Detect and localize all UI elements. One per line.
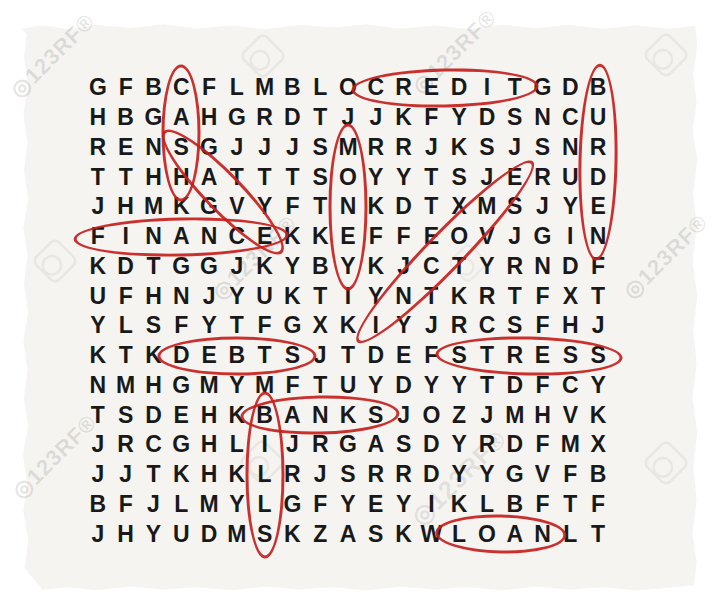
grid-cell: F	[584, 490, 612, 520]
grid-cell: J	[501, 133, 529, 163]
grid-cell: S	[501, 192, 529, 222]
grid-cell: K	[362, 192, 390, 222]
grid-cell: S	[140, 311, 168, 341]
grid-cell: E	[417, 73, 445, 103]
grid-cell: E	[417, 222, 445, 252]
grid-cell: G	[529, 222, 557, 252]
grid-cell: M	[334, 133, 362, 163]
grid-cell: Z	[306, 519, 334, 549]
grid-cell: L	[306, 73, 334, 103]
grid-cell: G	[140, 103, 168, 133]
grid-cell: H	[195, 460, 223, 490]
grid-cell: T	[584, 519, 612, 549]
grid-cell: S	[167, 133, 195, 163]
grid-cell: M	[195, 371, 223, 401]
grid-cell: O	[334, 73, 362, 103]
grid-cell: J	[334, 103, 362, 133]
grid-cell: H	[140, 371, 168, 401]
grid-cell: T	[223, 162, 251, 192]
grid-cell: B	[112, 103, 140, 133]
grid-cell: E	[584, 192, 612, 222]
grid-cell: A	[362, 430, 390, 460]
grid-cell: G	[334, 430, 362, 460]
grid-cell: Y	[445, 430, 473, 460]
grid-cell: Y	[445, 103, 473, 133]
grid-cell: L	[473, 490, 501, 520]
grid-cell: T	[84, 162, 112, 192]
grid-cell: F	[529, 430, 557, 460]
grid-cell: D	[501, 430, 529, 460]
grid-cell: K	[584, 400, 612, 430]
grid-cell: K	[223, 460, 251, 490]
grid-cell: Y	[140, 519, 168, 549]
grid-cell: J	[529, 192, 557, 222]
grid-cell: X	[306, 311, 334, 341]
grid-cell: U	[556, 162, 584, 192]
grid-cell: S	[390, 430, 418, 460]
grid-cell: B	[279, 73, 307, 103]
grid-cell: K	[279, 222, 307, 252]
grid-cell: X	[584, 430, 612, 460]
grid-cell: D	[390, 371, 418, 401]
grid-cell: D	[167, 341, 195, 371]
grid-cell: Y	[362, 281, 390, 311]
grid-cell: K	[84, 252, 112, 282]
grid-cell: J	[390, 252, 418, 282]
grid-cell: U	[84, 281, 112, 311]
grid-cell: B	[140, 73, 168, 103]
grid-cell: K	[84, 341, 112, 371]
grid-cell: D	[112, 252, 140, 282]
grid-cell: G	[223, 103, 251, 133]
grid-cell: T	[306, 103, 334, 133]
grid-cell: V	[556, 400, 584, 430]
grid-cell: M	[223, 519, 251, 549]
grid-cell: A	[195, 162, 223, 192]
grid-cell: U	[251, 281, 279, 311]
grid-cell: Y	[279, 252, 307, 282]
grid-cell: S	[473, 133, 501, 163]
grid-cell: T	[112, 341, 140, 371]
grid-cell: N	[167, 281, 195, 311]
grid-cell: G	[195, 133, 223, 163]
grid-cell: S	[251, 519, 279, 549]
grid-cell: K	[251, 252, 279, 282]
grid-cell: J	[84, 430, 112, 460]
grid-cell: W	[417, 519, 445, 549]
grid-cell: R	[279, 460, 307, 490]
grid-cell: N	[84, 371, 112, 401]
grid-cell: M	[556, 430, 584, 460]
grid-cell: V	[473, 222, 501, 252]
grid-cell: F	[417, 103, 445, 133]
grid-cell: E	[390, 341, 418, 371]
grid-cell: B	[251, 400, 279, 430]
grid-cell: F	[279, 371, 307, 401]
grid-cell: I	[334, 281, 362, 311]
grid-cell: K	[140, 341, 168, 371]
grid-cell: V	[529, 460, 557, 490]
grid-cell: C	[223, 222, 251, 252]
grid-cell: R	[390, 73, 418, 103]
grid-cell: G	[195, 252, 223, 282]
grid-cell: A	[501, 519, 529, 549]
grid-cell: F	[529, 281, 557, 311]
grid-cell: J	[473, 400, 501, 430]
grid-cell: S	[501, 311, 529, 341]
grid-cell: R	[501, 341, 529, 371]
grid-cell: D	[390, 192, 418, 222]
grid-cell: H	[112, 192, 140, 222]
grid-cell: J	[279, 133, 307, 163]
grid-cell: Y	[445, 371, 473, 401]
grid-cell: Y	[223, 371, 251, 401]
grid-cell: E	[529, 341, 557, 371]
grid-cell: K	[390, 103, 418, 133]
grid-cell: D	[473, 103, 501, 133]
grid-cell: N	[140, 133, 168, 163]
grid-cell: X	[556, 281, 584, 311]
grid-cell: J	[306, 341, 334, 371]
grid-cell: F	[279, 192, 307, 222]
grid-cell: T	[501, 73, 529, 103]
grid-cell: H	[529, 400, 557, 430]
grid-cell: D	[445, 73, 473, 103]
grid-cell: I	[251, 430, 279, 460]
grid-cell: H	[112, 519, 140, 549]
grid-cell: B	[84, 490, 112, 520]
grid-cell: K	[167, 460, 195, 490]
grid-cell: T	[473, 371, 501, 401]
grid-cell: R	[112, 430, 140, 460]
grid-cell: D	[584, 162, 612, 192]
grid-cell: L	[223, 73, 251, 103]
grid-cell: C	[556, 103, 584, 133]
grid-cell: H	[195, 430, 223, 460]
grid-cell: R	[390, 460, 418, 490]
grid-cell: I	[362, 311, 390, 341]
grid-cell: N	[195, 222, 223, 252]
grid-cell: T	[473, 341, 501, 371]
grid-cell: C	[556, 371, 584, 401]
grid-cell: J	[84, 519, 112, 549]
grid-cell: Y	[390, 311, 418, 341]
grid-cell: Y	[417, 371, 445, 401]
word-search-puzzle-photo: ◎123RF® ◎123RF® ◎123RF® ◎123RF® ◎123RF® …	[0, 0, 720, 612]
grid-cell: T	[140, 460, 168, 490]
grid-cell: L	[223, 430, 251, 460]
grid-cell: N	[140, 222, 168, 252]
grid-cell: S	[112, 400, 140, 430]
grid-cell: L	[445, 519, 473, 549]
grid-cell: J	[195, 281, 223, 311]
grid-cell: S	[306, 162, 334, 192]
grid-cell: T	[306, 371, 334, 401]
grid-cell: K	[445, 281, 473, 311]
grid-cell: T	[84, 400, 112, 430]
grid-cell: D	[195, 519, 223, 549]
grid-cell: T	[140, 252, 168, 282]
grid-cell: A	[167, 222, 195, 252]
grid-cell: F	[529, 371, 557, 401]
grid-cell: B	[223, 341, 251, 371]
grid-cell: O	[445, 222, 473, 252]
grid-cell: V	[223, 192, 251, 222]
grid-cell: R	[362, 133, 390, 163]
grid-cell: E	[334, 222, 362, 252]
grid-cell: J	[223, 133, 251, 163]
grid-cell: R	[390, 133, 418, 163]
grid-cell: U	[334, 371, 362, 401]
grid-cell: R	[501, 252, 529, 282]
grid-cell: Y	[390, 490, 418, 520]
grid-cell: R	[251, 103, 279, 133]
grid-cell: J	[584, 311, 612, 341]
grid-cell: N	[584, 222, 612, 252]
grid-cell: A	[334, 519, 362, 549]
grid-cell: G	[167, 430, 195, 460]
grid-cell: T	[279, 162, 307, 192]
grid-cell: N	[529, 519, 557, 549]
grid-cell: B	[306, 252, 334, 282]
grid-cell: L	[167, 490, 195, 520]
grid-cell: Y	[195, 311, 223, 341]
grid-cell: E	[251, 222, 279, 252]
grid-cell: J	[473, 162, 501, 192]
grid-cell: Y	[223, 281, 251, 311]
grid-cell: D	[140, 400, 168, 430]
grid-cell: Y	[473, 460, 501, 490]
grid-cell: Z	[445, 400, 473, 430]
grid-cell: S	[529, 133, 557, 163]
grid-cell: R	[584, 133, 612, 163]
grid-cell: E	[362, 490, 390, 520]
grid-cell: T	[306, 281, 334, 311]
grid-cell: F	[167, 311, 195, 341]
grid-cell: F	[112, 73, 140, 103]
grid-cell: D	[501, 371, 529, 401]
grid-cell: F	[84, 222, 112, 252]
grid-cell: S	[445, 162, 473, 192]
grid-cell: Y	[362, 371, 390, 401]
grid-cell: F	[529, 490, 557, 520]
grid-cell: B	[584, 73, 612, 103]
grid-cell: T	[251, 162, 279, 192]
grid-cell: G	[279, 490, 307, 520]
grid-cell: F	[390, 222, 418, 252]
grid-cell: A	[167, 103, 195, 133]
grid-cell: T	[445, 252, 473, 282]
grid-cell: B	[501, 490, 529, 520]
grid-cell: J	[140, 490, 168, 520]
grid-cell: L	[556, 519, 584, 549]
grid-cell: D	[417, 430, 445, 460]
grid-cell: O	[334, 162, 362, 192]
grid-cell: Y	[556, 192, 584, 222]
grid-cell: Y	[334, 490, 362, 520]
grid-cell: C	[362, 73, 390, 103]
grid-cell: R	[445, 311, 473, 341]
grid-cell: K	[279, 281, 307, 311]
grid-cell: S	[362, 519, 390, 549]
grid-cell: F	[195, 73, 223, 103]
grid-cell: D	[279, 103, 307, 133]
grid-cell: F	[306, 490, 334, 520]
grid-cell: C	[473, 311, 501, 341]
grid-cell: M	[251, 73, 279, 103]
grid-cell: M	[112, 371, 140, 401]
grid-cell: T	[112, 162, 140, 192]
grid-cell: R	[529, 162, 557, 192]
grid-cell: F	[362, 222, 390, 252]
grid-cell: G	[501, 460, 529, 490]
grid-cell: J	[223, 252, 251, 282]
grid-cell: L	[251, 460, 279, 490]
grid-cell: K	[362, 252, 390, 282]
grid-cell: M	[140, 192, 168, 222]
grid-cell: Y	[362, 162, 390, 192]
grid-cell: N	[390, 281, 418, 311]
grid-cell: G	[195, 192, 223, 222]
grid-cell: R	[362, 460, 390, 490]
grid-cell: N	[529, 252, 557, 282]
grid-cell: Y	[251, 192, 279, 222]
grid-cell: T	[251, 341, 279, 371]
grid-cell: Y	[390, 162, 418, 192]
grid-cell: C	[417, 252, 445, 282]
grid-cell: T	[501, 281, 529, 311]
grid-cell: H	[195, 400, 223, 430]
grid-cell: J	[279, 430, 307, 460]
grid-cell: J	[306, 460, 334, 490]
grid-cell: H	[140, 281, 168, 311]
grid-cell: H	[167, 162, 195, 192]
grid-cell: M	[251, 371, 279, 401]
grid-cell: D	[362, 341, 390, 371]
grid-cell: T	[417, 162, 445, 192]
grid-cell: K	[445, 133, 473, 163]
grid-cell: F	[417, 341, 445, 371]
grid-cell: Y	[223, 490, 251, 520]
grid-cell: N	[334, 192, 362, 222]
grid-cell: I	[417, 490, 445, 520]
grid-cell: R	[84, 133, 112, 163]
grid-cell: J	[390, 400, 418, 430]
grid-cell: H	[195, 103, 223, 133]
grid-cell: K	[390, 519, 418, 549]
grid-cell: Y	[473, 252, 501, 282]
grid-cell: I	[473, 73, 501, 103]
grid-cell: L	[251, 490, 279, 520]
grid-cell: Y	[334, 252, 362, 282]
grid-cell: K	[334, 311, 362, 341]
grid-cell: T	[417, 281, 445, 311]
grid-cell: I	[556, 222, 584, 252]
grid-cell: D	[417, 460, 445, 490]
grid-cell: S	[556, 341, 584, 371]
grid-cell: U	[167, 519, 195, 549]
grid-cell: O	[417, 400, 445, 430]
grid-cell: L	[112, 311, 140, 341]
grid-cell: E	[195, 341, 223, 371]
grid-cell: S	[501, 103, 529, 133]
grid-cell: X	[445, 192, 473, 222]
grid-cell: F	[112, 490, 140, 520]
grid-cell: M	[501, 400, 529, 430]
grid-cell: D	[556, 252, 584, 282]
grid-cell: C	[167, 73, 195, 103]
grid-cell: D	[556, 73, 584, 103]
grid-cell: F	[529, 311, 557, 341]
grid-cell: K	[167, 192, 195, 222]
grid-cell: O	[473, 519, 501, 549]
grid-cell: T	[223, 311, 251, 341]
grid-cell: F	[584, 252, 612, 282]
grid-cell: G	[279, 311, 307, 341]
grid-cell: J	[501, 222, 529, 252]
grid-cell: S	[445, 341, 473, 371]
grid-cell: G	[529, 73, 557, 103]
grid-cell: E	[112, 133, 140, 163]
grid-cell: M	[195, 490, 223, 520]
grid-cell: T	[584, 281, 612, 311]
grid-cell: E	[167, 400, 195, 430]
grid-cell: T	[417, 192, 445, 222]
grid-cell: S	[279, 341, 307, 371]
grid-cell: M	[473, 192, 501, 222]
grid-cell: H	[556, 311, 584, 341]
grid-cell: G	[84, 73, 112, 103]
grid-cell: H	[84, 103, 112, 133]
grid-cell: U	[584, 103, 612, 133]
grid-cell: F	[112, 281, 140, 311]
grid-cell: S	[306, 133, 334, 163]
grid-cell: J	[84, 460, 112, 490]
grid-cell: N	[529, 103, 557, 133]
grid-cell: T	[306, 192, 334, 222]
grid-cell: E	[501, 162, 529, 192]
grid-cell: J	[251, 133, 279, 163]
grid-cell: T	[556, 490, 584, 520]
grid-cell: K	[223, 400, 251, 430]
grid-cell: H	[140, 162, 168, 192]
grid-cell: S	[334, 460, 362, 490]
grid-cell: K	[445, 490, 473, 520]
grid-cell: T	[334, 341, 362, 371]
grid-cell: R	[306, 430, 334, 460]
grid-cell: R	[473, 430, 501, 460]
grid-cell: N	[306, 400, 334, 430]
grid-cell: G	[167, 371, 195, 401]
grid-cell: Y	[84, 311, 112, 341]
word-search-grid: GFBCFLMBLOCREDITGDBHBGAHGRDTJJKFYDSNCURE…	[84, 73, 612, 549]
grid-cell: I	[112, 222, 140, 252]
grid-cell: J	[112, 460, 140, 490]
grid-cell: F	[556, 460, 584, 490]
grid-cell: N	[556, 133, 584, 163]
grid-cell: S	[584, 341, 612, 371]
grid-cell: J	[84, 192, 112, 222]
grid-cell: B	[584, 460, 612, 490]
grid-cell: F	[251, 311, 279, 341]
grid-cell: J	[362, 103, 390, 133]
grid-cell: Y	[445, 460, 473, 490]
grid-cell: K	[334, 400, 362, 430]
grid-cell: J	[417, 311, 445, 341]
grid-cell: K	[306, 222, 334, 252]
grid-cell: A	[279, 400, 307, 430]
grid-cell: J	[417, 133, 445, 163]
